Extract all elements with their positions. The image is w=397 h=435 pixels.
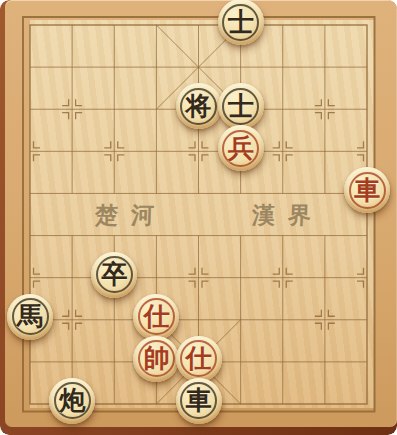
piece-black-soldier[interactable]: 卒 <box>91 252 137 298</box>
piece-red-general[interactable]: 帥 <box>133 336 179 382</box>
piece-glyph: 将 <box>186 93 212 120</box>
piece-glyph: 仕 <box>186 345 212 372</box>
piece-black-advisor[interactable]: 士 <box>218 83 264 129</box>
pieces-layer: 士将士兵車卒馬仕帥仕炮車 <box>0 0 397 435</box>
piece-glyph: 車 <box>354 177 380 204</box>
piece-glyph: 士 <box>228 9 254 36</box>
piece-red-chariot[interactable]: 車 <box>344 167 390 213</box>
piece-black-advisor[interactable]: 士 <box>218 0 264 45</box>
piece-red-advisor[interactable]: 仕 <box>176 336 222 382</box>
piece-glyph: 馬 <box>17 303 43 330</box>
piece-glyph: 兵 <box>228 135 254 162</box>
piece-glyph: 炮 <box>59 387 85 414</box>
piece-red-advisor[interactable]: 仕 <box>133 294 179 340</box>
piece-black-horse[interactable]: 馬 <box>7 294 53 340</box>
piece-glyph: 卒 <box>101 261 127 288</box>
piece-black-general[interactable]: 将 <box>176 83 222 129</box>
piece-black-chariot[interactable]: 車 <box>176 378 222 424</box>
piece-glyph: 帥 <box>143 345 169 372</box>
xiangqi-app: 楚河 漢界 士将士兵車卒馬仕帥仕炮車 <box>0 0 397 435</box>
xiangqi-board: 楚河 漢界 士将士兵車卒馬仕帥仕炮車 <box>5 0 397 427</box>
piece-glyph: 士 <box>228 93 254 120</box>
piece-glyph: 車 <box>186 387 212 414</box>
piece-red-soldier[interactable]: 兵 <box>218 125 264 171</box>
piece-black-cannon[interactable]: 炮 <box>49 378 95 424</box>
piece-glyph: 仕 <box>143 303 169 330</box>
